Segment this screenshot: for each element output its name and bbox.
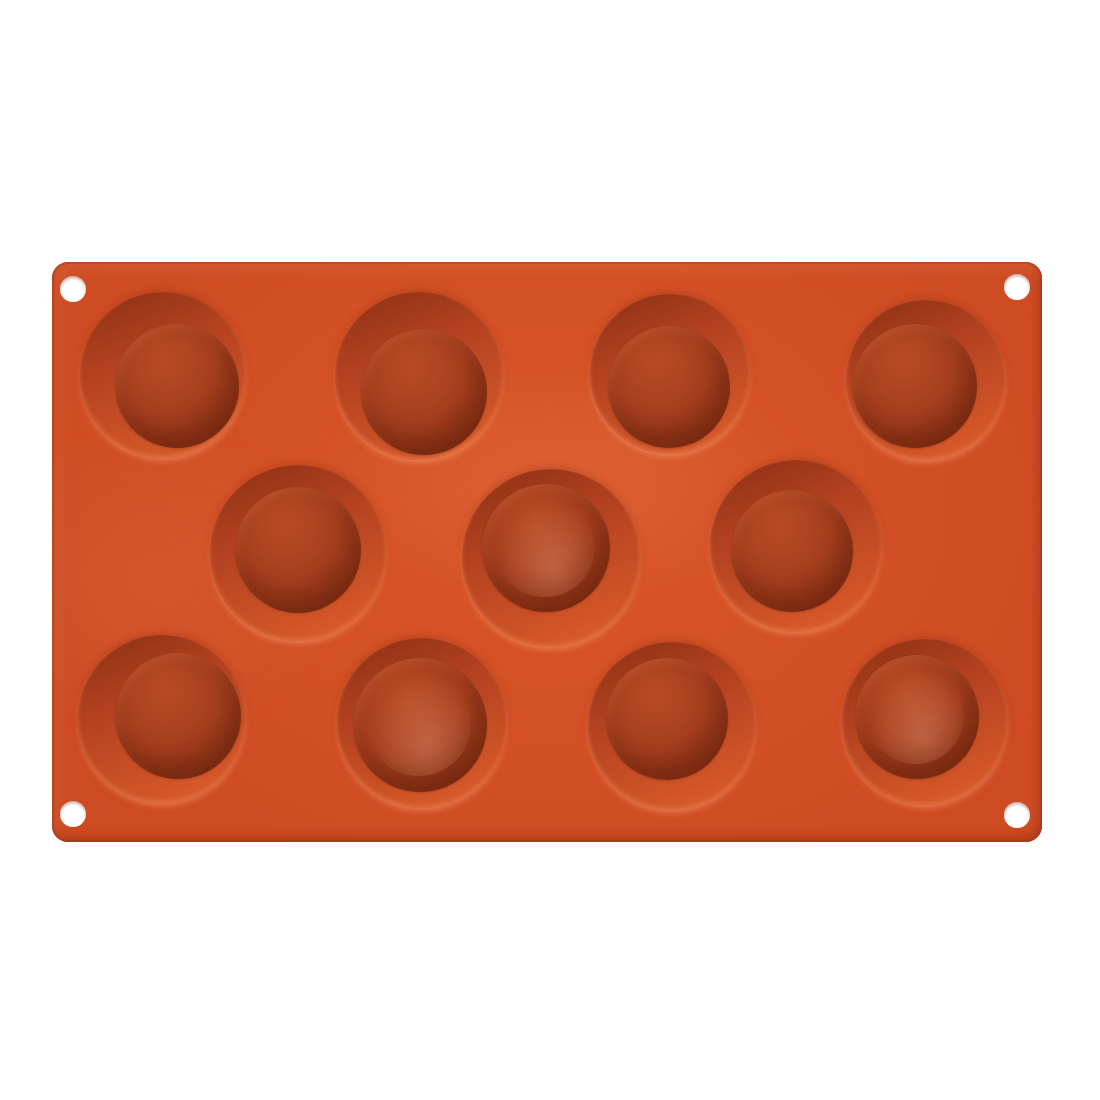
cavity-row3-col2 (337, 638, 507, 808)
silicone-mould (52, 262, 1042, 842)
cavity-row3-col3 (588, 642, 756, 810)
cavity-dome-row3-col4 (855, 655, 979, 779)
cavity-dome-row1-col1 (115, 324, 239, 448)
cavity-dome-row1-col2 (361, 329, 487, 455)
corner-hole-3 (60, 801, 86, 827)
cavity-dome-row2-col3 (731, 490, 853, 612)
cavity-row1-col4 (846, 300, 1006, 460)
cavity-dome-row1-col3 (608, 326, 730, 448)
cavity-row1-col3 (590, 294, 750, 454)
corner-hole-2 (1004, 274, 1030, 300)
cavity-row3-col1 (78, 635, 246, 803)
cavity-row1-col2 (335, 292, 503, 460)
cavity-row3-col4 (842, 639, 1008, 805)
cavity-dome-row2-col1 (235, 487, 361, 613)
product-photo (0, 0, 1100, 1100)
cavity-dome-row3-col2 (353, 658, 487, 792)
corner-hole-1 (60, 276, 86, 302)
cavity-row2-col2 (462, 469, 640, 647)
cavity-row2-col3 (710, 460, 882, 632)
cavity-dome-row1-col4 (853, 324, 977, 448)
cavity-dome-row2-col2 (482, 484, 610, 612)
corner-hole-4 (1004, 802, 1030, 828)
cavity-row1-col1 (80, 292, 246, 458)
cavity-dome-row3-col3 (606, 658, 728, 780)
cavity-dome-row3-col1 (115, 653, 241, 779)
cavity-row2-col1 (210, 465, 386, 641)
